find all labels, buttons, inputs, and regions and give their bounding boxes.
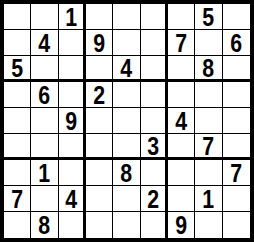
cell-r1c1[interactable] [4, 4, 31, 30]
cell-r7c6[interactable] [141, 160, 168, 186]
cell-r1c8: 5 [195, 4, 222, 30]
given-digit: 7 [203, 134, 215, 159]
cell-r2c7: 7 [168, 30, 195, 56]
cell-r9c4[interactable] [86, 212, 113, 238]
cell-r2c2: 4 [31, 30, 58, 56]
cell-r5c2[interactable] [31, 108, 58, 134]
cell-r3c4[interactable] [86, 56, 113, 82]
cell-r1c2[interactable] [31, 4, 58, 30]
given-digit: 4 [121, 56, 133, 81]
cell-r7c7[interactable] [168, 160, 195, 186]
given-digit: 5 [203, 4, 215, 30]
cell-r8c7[interactable] [168, 186, 195, 212]
cell-r6c6: 3 [141, 134, 168, 160]
cell-r8c8: 1 [195, 186, 222, 212]
cell-r6c8: 7 [195, 134, 222, 160]
cell-r5c7: 4 [168, 108, 195, 134]
cell-r9c5[interactable] [113, 212, 140, 238]
cell-r2c1[interactable] [4, 30, 31, 56]
cell-r4c3[interactable] [59, 82, 86, 108]
cell-r4c6[interactable] [141, 82, 168, 108]
cell-r7c2: 1 [31, 160, 58, 186]
given-digit: 3 [147, 134, 159, 159]
cell-r3c3[interactable] [59, 56, 86, 82]
cell-r6c2[interactable] [31, 134, 58, 160]
given-digit: 1 [203, 186, 215, 212]
cell-r3c5: 4 [113, 56, 140, 82]
cell-r9c1[interactable] [4, 212, 31, 238]
cell-r3c1: 5 [4, 56, 31, 82]
given-digit: 8 [203, 56, 215, 81]
cell-r3c6[interactable] [141, 56, 168, 82]
given-digit: 2 [147, 186, 159, 212]
cell-r8c2[interactable] [31, 186, 58, 212]
cell-r1c9[interactable] [223, 4, 250, 30]
given-digit: 8 [39, 212, 51, 238]
cell-r8c4[interactable] [86, 186, 113, 212]
cell-r4c4: 2 [86, 82, 113, 108]
cell-r1c3: 1 [59, 4, 86, 30]
given-digit: 5 [11, 56, 23, 81]
cell-r8c1: 7 [4, 186, 31, 212]
cell-r9c8[interactable] [195, 212, 222, 238]
cell-r3c7[interactable] [168, 56, 195, 82]
cell-r1c5[interactable] [113, 4, 140, 30]
cell-r7c9: 7 [223, 160, 250, 186]
cell-r9c7: 9 [168, 212, 195, 238]
cell-r9c3[interactable] [59, 212, 86, 238]
cell-r3c8: 8 [195, 56, 222, 82]
cell-r3c9[interactable] [223, 56, 250, 82]
given-digit: 8 [121, 160, 133, 186]
given-digit: 7 [11, 186, 23, 212]
cell-r7c4[interactable] [86, 160, 113, 186]
cell-r7c1[interactable] [4, 160, 31, 186]
given-digit: 7 [230, 160, 242, 186]
cell-r6c4[interactable] [86, 134, 113, 160]
given-digit: 6 [39, 82, 51, 108]
cell-r7c5: 8 [113, 160, 140, 186]
cell-r5c8[interactable] [195, 108, 222, 134]
cell-r5c4[interactable] [86, 108, 113, 134]
sudoku-board: 154976548629437187742189 [0, 0, 254, 242]
cell-r9c2: 8 [31, 212, 58, 238]
cell-r3c2[interactable] [31, 56, 58, 82]
cell-r5c6[interactable] [141, 108, 168, 134]
given-digit: 6 [230, 30, 242, 56]
given-digit: 4 [39, 30, 51, 56]
cell-r6c9[interactable] [223, 134, 250, 160]
given-digit: 4 [65, 186, 77, 212]
cell-r6c3[interactable] [59, 134, 86, 160]
cell-r1c7[interactable] [168, 4, 195, 30]
cell-r4c7[interactable] [168, 82, 195, 108]
cell-r6c1[interactable] [4, 134, 31, 160]
cell-r2c8[interactable] [195, 30, 222, 56]
cell-r8c5[interactable] [113, 186, 140, 212]
cell-r4c5[interactable] [113, 82, 140, 108]
cell-r6c5[interactable] [113, 134, 140, 160]
given-digit: 1 [39, 160, 51, 186]
cell-r7c8[interactable] [195, 160, 222, 186]
given-digit: 1 [65, 4, 77, 30]
given-digit: 9 [65, 108, 77, 134]
cell-r4c1[interactable] [4, 82, 31, 108]
cell-r5c3: 9 [59, 108, 86, 134]
cell-r1c6[interactable] [141, 4, 168, 30]
cell-r5c1[interactable] [4, 108, 31, 134]
cell-r2c4: 9 [86, 30, 113, 56]
cell-r4c2: 6 [31, 82, 58, 108]
cell-r2c6[interactable] [141, 30, 168, 56]
given-digit: 9 [175, 212, 187, 238]
given-digit: 7 [175, 30, 187, 56]
given-digit: 9 [93, 30, 105, 56]
cell-r1c4[interactable] [86, 4, 113, 30]
cell-r2c9: 6 [223, 30, 250, 56]
given-digit: 4 [175, 108, 187, 134]
cell-r4c9[interactable] [223, 82, 250, 108]
cell-r8c3: 4 [59, 186, 86, 212]
cell-r5c9[interactable] [223, 108, 250, 134]
cell-r2c5[interactable] [113, 30, 140, 56]
cell-r9c9[interactable] [223, 212, 250, 238]
cell-r6c7[interactable] [168, 134, 195, 160]
cell-r5c5[interactable] [113, 108, 140, 134]
cell-r8c9[interactable] [223, 186, 250, 212]
given-digit: 2 [93, 82, 105, 108]
cell-r8c6: 2 [141, 186, 168, 212]
cell-r9c6[interactable] [141, 212, 168, 238]
cell-r4c8[interactable] [195, 82, 222, 108]
cell-r7c3[interactable] [59, 160, 86, 186]
cell-r2c3[interactable] [59, 30, 86, 56]
